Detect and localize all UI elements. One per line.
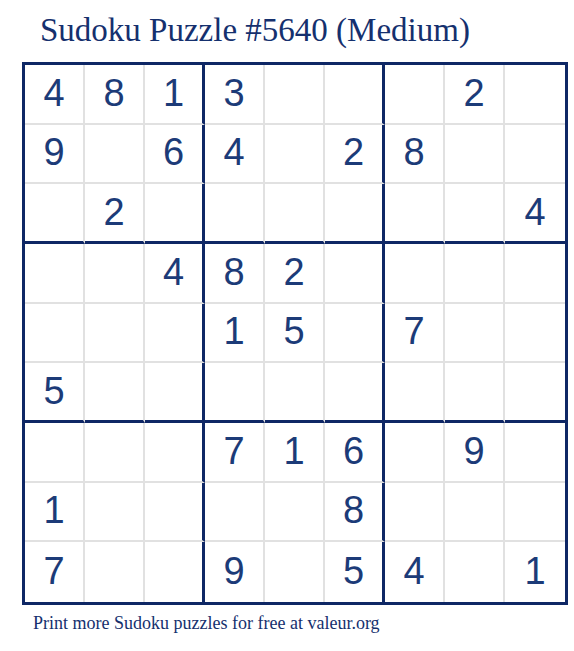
sudoku-cell: 6 xyxy=(325,423,385,483)
sudoku-cell xyxy=(265,483,325,543)
sudoku-cell: 1 xyxy=(145,65,205,125)
sudoku-cell: 4 xyxy=(505,184,565,244)
sudoku-grid: 481329642824482157571691879541 xyxy=(22,62,568,605)
sudoku-cell xyxy=(325,304,385,364)
sudoku-cell xyxy=(505,423,565,483)
sudoku-cell: 7 xyxy=(385,304,445,364)
sudoku-cell: 6 xyxy=(145,125,205,185)
sudoku-cell: 3 xyxy=(205,65,265,125)
sudoku-cell: 8 xyxy=(85,65,145,125)
sudoku-cell: 5 xyxy=(325,542,385,602)
sudoku-cell xyxy=(445,304,505,364)
sudoku-cell xyxy=(205,483,265,543)
sudoku-cell xyxy=(325,65,385,125)
sudoku-cell xyxy=(385,423,445,483)
sudoku-cell xyxy=(385,244,445,304)
sudoku-cell: 4 xyxy=(385,542,445,602)
sudoku-cell xyxy=(145,542,205,602)
footer-text: Print more Sudoku puzzles for free at va… xyxy=(33,613,380,634)
sudoku-cell xyxy=(505,483,565,543)
sudoku-cell: 2 xyxy=(85,184,145,244)
sudoku-cell: 5 xyxy=(265,304,325,364)
sudoku-cell xyxy=(85,542,145,602)
sudoku-cell xyxy=(505,363,565,423)
sudoku-cell xyxy=(25,184,85,244)
sudoku-cell: 8 xyxy=(325,483,385,543)
sudoku-cell xyxy=(445,483,505,543)
sudoku-cell xyxy=(25,244,85,304)
sudoku-cell xyxy=(445,184,505,244)
sudoku-cell: 1 xyxy=(25,483,85,543)
sudoku-cell: 9 xyxy=(445,423,505,483)
sudoku-cell xyxy=(385,363,445,423)
sudoku-cell xyxy=(505,125,565,185)
sudoku-cell xyxy=(145,304,205,364)
sudoku-cell xyxy=(265,65,325,125)
sudoku-cell xyxy=(385,184,445,244)
sudoku-cell: 9 xyxy=(25,125,85,185)
sudoku-cell: 4 xyxy=(25,65,85,125)
sudoku-cell: 2 xyxy=(445,65,505,125)
sudoku-cell xyxy=(265,125,325,185)
sudoku-cell xyxy=(325,184,385,244)
sudoku-cell xyxy=(85,483,145,543)
sudoku-cell xyxy=(205,184,265,244)
sudoku-cell xyxy=(445,363,505,423)
sudoku-cell xyxy=(25,423,85,483)
sudoku-cell xyxy=(385,65,445,125)
sudoku-cell xyxy=(445,244,505,304)
sudoku-cell xyxy=(85,244,145,304)
sudoku-cell xyxy=(85,423,145,483)
sudoku-cell xyxy=(505,65,565,125)
sudoku-cell: 5 xyxy=(25,363,85,423)
sudoku-cell xyxy=(445,125,505,185)
sudoku-cell xyxy=(145,184,205,244)
sudoku-cell xyxy=(325,363,385,423)
sudoku-cell: 9 xyxy=(205,542,265,602)
sudoku-cell xyxy=(85,304,145,364)
sudoku-cell xyxy=(205,363,265,423)
sudoku-cell xyxy=(505,244,565,304)
sudoku-cell xyxy=(145,483,205,543)
sudoku-cell xyxy=(265,542,325,602)
sudoku-cell: 4 xyxy=(205,125,265,185)
sudoku-cell xyxy=(85,363,145,423)
sudoku-cell xyxy=(25,304,85,364)
sudoku-cell: 8 xyxy=(385,125,445,185)
sudoku-cell xyxy=(265,363,325,423)
sudoku-cell: 1 xyxy=(205,304,265,364)
sudoku-cell xyxy=(85,125,145,185)
sudoku-cell xyxy=(385,483,445,543)
sudoku-cell: 7 xyxy=(205,423,265,483)
sudoku-cell xyxy=(145,363,205,423)
sudoku-cell xyxy=(445,542,505,602)
sudoku-page: Sudoku Puzzle #5640 (Medium) 48132964282… xyxy=(0,0,574,651)
sudoku-cell xyxy=(505,304,565,364)
sudoku-cell: 4 xyxy=(145,244,205,304)
page-title: Sudoku Puzzle #5640 (Medium) xyxy=(40,12,470,49)
sudoku-cell: 7 xyxy=(25,542,85,602)
sudoku-cell xyxy=(145,423,205,483)
sudoku-cell: 2 xyxy=(325,125,385,185)
sudoku-cell xyxy=(265,184,325,244)
sudoku-cell: 2 xyxy=(265,244,325,304)
sudoku-cell: 1 xyxy=(265,423,325,483)
sudoku-cell: 8 xyxy=(205,244,265,304)
sudoku-cell: 1 xyxy=(505,542,565,602)
sudoku-cell xyxy=(325,244,385,304)
